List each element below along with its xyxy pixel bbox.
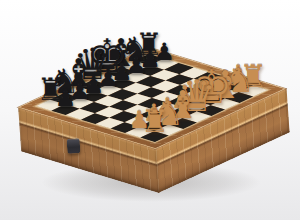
- box-clasp-latch: [67, 138, 81, 154]
- product-photo-scene: ♜♟♟♜♞♟♟♞♝♟♟♝♚♟♟♚♛♟♟♛♝♟♟♝♞♟♟♞♜♟♟♜: [0, 0, 300, 220]
- chess-box: ♜♟♟♜♞♟♟♞♝♟♟♝♚♟♟♚♛♟♟♛♝♟♟♝♞♟♟♞♜♟♟♜: [0, 0, 300, 220]
- piece-black-pawn-a7[interactable]: ♟: [50, 87, 80, 109]
- piece-wood-rook-a1[interactable]: ♜: [140, 108, 170, 137]
- square-a1[interactable]: ♜: [140, 131, 169, 142]
